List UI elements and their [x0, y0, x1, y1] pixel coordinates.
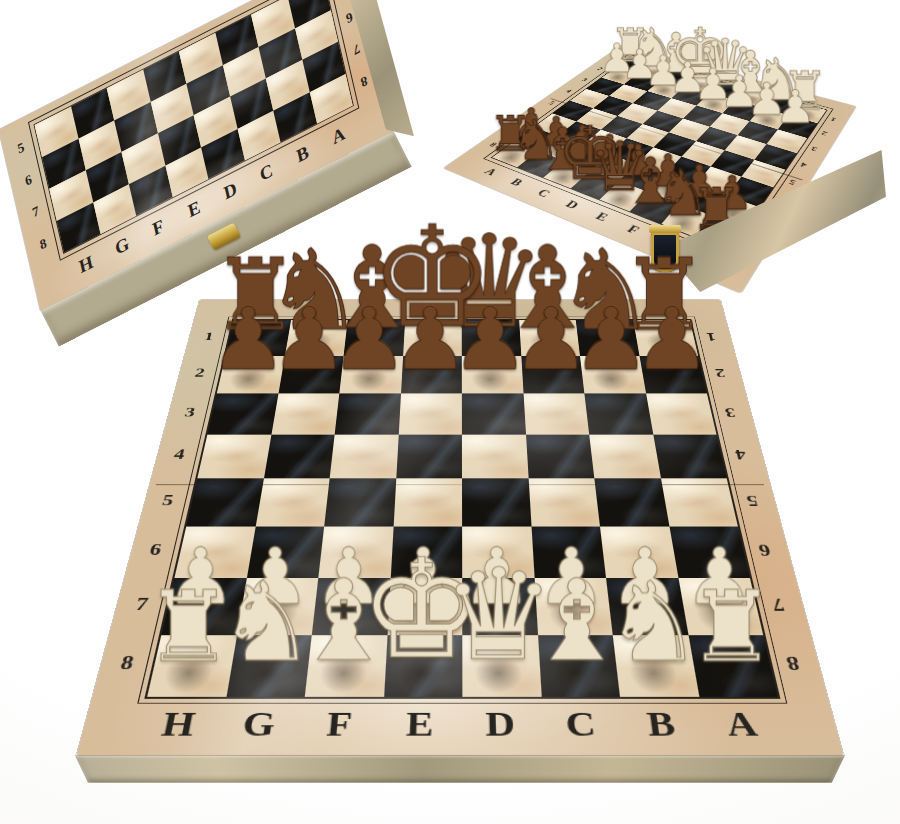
- square[interactable]: [217, 356, 285, 394]
- square[interactable]: [271, 393, 339, 434]
- square[interactable]: [526, 434, 595, 478]
- square[interactable]: [584, 393, 652, 434]
- file-label: B: [295, 142, 310, 165]
- file-label: A: [330, 123, 346, 147]
- square[interactable]: [278, 356, 344, 394]
- square[interactable]: [462, 356, 523, 394]
- square[interactable]: [403, 320, 462, 355]
- product-photo-stage: HGFEDCBA55667788 ABCDEFGH112233445566778…: [0, 0, 900, 824]
- piece-white-knight[interactable]: ♞: [572, 570, 735, 674]
- square[interactable]: [589, 434, 660, 478]
- square[interactable]: [285, 320, 348, 355]
- rank-label: 5: [17, 141, 26, 157]
- square[interactable]: [335, 393, 401, 434]
- square[interactable]: [633, 320, 698, 355]
- square[interactable]: [398, 393, 462, 434]
- rank-label-inverted: 8: [359, 73, 368, 89]
- square[interactable]: [519, 320, 580, 355]
- square[interactable]: [339, 356, 402, 394]
- file-label: G: [113, 234, 130, 258]
- square[interactable]: [523, 393, 589, 434]
- rank-label: 7: [31, 204, 40, 220]
- square[interactable]: [207, 393, 278, 434]
- file-label: H: [77, 252, 94, 276]
- rank-label: 8: [39, 236, 48, 252]
- square[interactable]: [653, 434, 727, 478]
- square[interactable]: [576, 320, 639, 355]
- square[interactable]: [462, 393, 526, 434]
- square[interactable]: [639, 356, 707, 394]
- square[interactable]: [396, 434, 462, 478]
- square[interactable]: [462, 434, 528, 478]
- square[interactable]: [401, 356, 462, 394]
- chess-board-main: HGFEDCBA1122334455667788♜♞♝♚♛♝♞♜♟♟♟♟♟♟♟♟…: [77, 300, 843, 755]
- square[interactable]: [330, 434, 399, 478]
- rank-label: 6: [24, 172, 33, 188]
- square[interactable]: [521, 356, 585, 394]
- square[interactable]: [225, 320, 290, 355]
- rank-label-inverted: 7: [352, 41, 361, 57]
- piece-white-knight[interactable]: ♞: [185, 570, 348, 674]
- square[interactable]: [197, 434, 271, 478]
- square[interactable]: [344, 320, 405, 355]
- main-box-front-side: [75, 755, 846, 783]
- square[interactable]: [263, 434, 334, 478]
- square[interactable]: [462, 320, 521, 355]
- square[interactable]: [646, 393, 717, 434]
- rank-label-inverted: 6: [345, 9, 354, 25]
- piece-white-queen[interactable]: ♛: [417, 555, 580, 675]
- square[interactable]: [580, 356, 646, 394]
- main-board-view: HGFEDCBA1122334455667788♜♞♝♚♛♝♞♜♟♟♟♟♟♟♟♟…: [150, 174, 770, 794]
